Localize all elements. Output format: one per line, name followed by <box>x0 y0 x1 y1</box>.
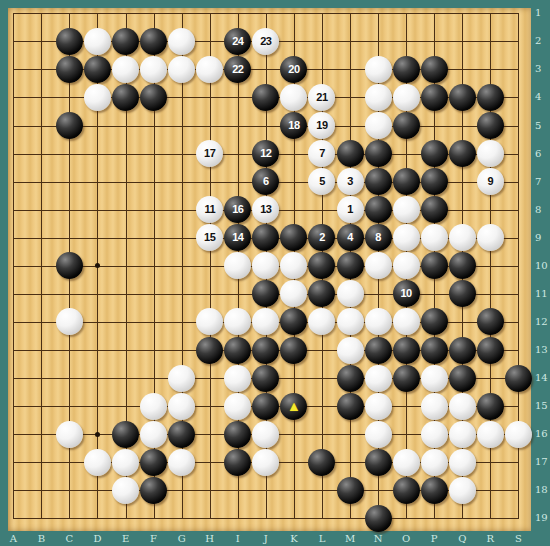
move-number-label: 10 <box>401 280 412 307</box>
stone-P4[interactable] <box>421 84 448 111</box>
move-number-label: 17 <box>204 140 215 167</box>
stone-G16[interactable] <box>168 421 195 448</box>
column-label-A: A <box>0 533 27 544</box>
stone-O12[interactable] <box>393 308 420 335</box>
stone-P7[interactable] <box>421 168 448 195</box>
stone-M9[interactable]: 4 <box>337 224 364 251</box>
stone-Q13[interactable] <box>449 337 476 364</box>
move-number-label: 2 <box>319 224 325 251</box>
stone-C2[interactable] <box>56 28 83 55</box>
stone-R5[interactable] <box>477 112 504 139</box>
row-label-17: 17 <box>535 455 548 469</box>
move-number-label: 23 <box>260 28 271 55</box>
stone-N13[interactable] <box>365 337 392 364</box>
stone-R4[interactable] <box>477 84 504 111</box>
stone-F16[interactable] <box>140 421 167 448</box>
stone-N7[interactable] <box>365 168 392 195</box>
row-label-3: 3 <box>535 62 541 76</box>
column-label-H: H <box>196 533 224 544</box>
column-label-E: E <box>112 533 140 544</box>
stone-M12[interactable] <box>337 308 364 335</box>
stone-C16[interactable] <box>56 421 83 448</box>
stone-M14[interactable] <box>337 365 364 392</box>
stone-P18[interactable] <box>421 477 448 504</box>
stone-E3[interactable] <box>112 56 139 83</box>
stone-O7[interactable] <box>393 168 420 195</box>
stone-R15[interactable] <box>477 393 504 420</box>
stone-N19[interactable] <box>365 505 392 532</box>
stone-I3[interactable]: 22 <box>224 56 251 83</box>
row-label-19: 19 <box>535 511 548 525</box>
row-label-8: 8 <box>535 203 541 217</box>
column-label-M: M <box>336 533 364 544</box>
stone-K15[interactable]: ▲ <box>280 393 307 420</box>
stone-S16[interactable] <box>505 421 532 448</box>
stone-C3[interactable] <box>56 56 83 83</box>
stone-P10[interactable] <box>421 252 448 279</box>
stone-Q9[interactable] <box>449 224 476 251</box>
stone-I17[interactable] <box>224 449 251 476</box>
stone-Q17[interactable] <box>449 449 476 476</box>
column-label-D: D <box>83 533 111 544</box>
move-number-label: 1 <box>347 196 353 223</box>
row-label-11: 11 <box>535 287 548 301</box>
stone-D2[interactable] <box>84 28 111 55</box>
move-number-label: 8 <box>375 224 381 251</box>
column-label-K: K <box>280 533 308 544</box>
stone-N5[interactable] <box>365 112 392 139</box>
stone-E4[interactable] <box>112 84 139 111</box>
move-number-label: 14 <box>232 224 243 251</box>
stone-M15[interactable] <box>337 393 364 420</box>
stone-F3[interactable] <box>140 56 167 83</box>
stone-R13[interactable] <box>477 337 504 364</box>
move-number-label: 11 <box>204 196 215 223</box>
stone-O13[interactable] <box>393 337 420 364</box>
stone-N3[interactable] <box>365 56 392 83</box>
row-label-16: 16 <box>535 427 548 441</box>
stone-D17[interactable] <box>84 449 111 476</box>
stone-J17[interactable] <box>252 449 279 476</box>
stone-Q16[interactable] <box>449 421 476 448</box>
stone-G14[interactable] <box>168 365 195 392</box>
stone-Q6[interactable] <box>449 140 476 167</box>
stone-N15[interactable] <box>365 393 392 420</box>
stone-P16[interactable] <box>421 421 448 448</box>
column-label-R: R <box>476 533 504 544</box>
stone-O9[interactable] <box>393 224 420 251</box>
row-label-7: 7 <box>535 175 541 189</box>
stone-N17[interactable] <box>365 449 392 476</box>
column-label-P: P <box>420 533 448 544</box>
stone-J13[interactable] <box>252 337 279 364</box>
stone-M7[interactable]: 3 <box>337 168 364 195</box>
stone-N14[interactable] <box>365 365 392 392</box>
move-number-label: 4 <box>347 224 353 251</box>
column-label-C: C <box>55 533 83 544</box>
stone-J14[interactable] <box>252 365 279 392</box>
move-number-label: 5 <box>319 168 325 195</box>
stone-P3[interactable] <box>421 56 448 83</box>
row-label-5: 5 <box>535 119 541 133</box>
stone-D4[interactable] <box>84 84 111 111</box>
stone-F4[interactable] <box>140 84 167 111</box>
move-number-label: 16 <box>232 196 243 223</box>
stone-M11[interactable] <box>337 280 364 307</box>
stone-J16[interactable] <box>252 421 279 448</box>
column-label-L: L <box>308 533 336 544</box>
row-label-12: 12 <box>535 315 548 329</box>
column-label-G: G <box>168 533 196 544</box>
stone-P9[interactable] <box>421 224 448 251</box>
stone-C5[interactable] <box>56 112 83 139</box>
stone-S14[interactable] <box>505 365 532 392</box>
stone-E2[interactable] <box>112 28 139 55</box>
stone-O4[interactable] <box>393 84 420 111</box>
star-point-D16 <box>95 432 100 437</box>
stone-P13[interactable] <box>421 337 448 364</box>
stone-F2[interactable] <box>140 28 167 55</box>
column-label-J: J <box>252 533 280 544</box>
stone-O11[interactable]: 10 <box>393 280 420 307</box>
column-label-B: B <box>27 533 55 544</box>
move-number-label: 21 <box>316 84 327 111</box>
stone-G2[interactable] <box>168 28 195 55</box>
stone-N6[interactable] <box>365 140 392 167</box>
row-label-9: 9 <box>535 231 541 245</box>
row-label-15: 15 <box>535 399 548 413</box>
stone-P6[interactable] <box>421 140 448 167</box>
move-number-label: 22 <box>232 56 243 83</box>
row-label-13: 13 <box>535 343 548 357</box>
row-label-10: 10 <box>535 259 548 273</box>
move-number-label: 20 <box>288 56 299 83</box>
stone-O5[interactable] <box>393 112 420 139</box>
stone-N8[interactable] <box>365 196 392 223</box>
stone-P12[interactable] <box>421 308 448 335</box>
row-label-6: 6 <box>535 147 541 161</box>
stone-R9[interactable] <box>477 224 504 251</box>
stone-N16[interactable] <box>365 421 392 448</box>
row-label-2: 2 <box>535 34 541 48</box>
row-label-18: 18 <box>535 483 548 497</box>
row-label-1: 1 <box>535 6 541 20</box>
stone-I13[interactable] <box>224 337 251 364</box>
go-board-frame: 242322202118191712765391116131151424810▲… <box>0 0 550 546</box>
stone-P17[interactable] <box>421 449 448 476</box>
stone-J2[interactable]: 23 <box>252 28 279 55</box>
stone-Q4[interactable] <box>449 84 476 111</box>
column-label-F: F <box>140 533 168 544</box>
move-number-label: 3 <box>347 168 353 195</box>
stone-O14[interactable] <box>393 365 420 392</box>
stone-Q10[interactable] <box>449 252 476 279</box>
column-label-S: S <box>504 533 532 544</box>
column-label-Q: Q <box>448 533 476 544</box>
stone-E16[interactable] <box>112 421 139 448</box>
stone-I15[interactable] <box>224 393 251 420</box>
stone-R16[interactable] <box>477 421 504 448</box>
stone-H13[interactable] <box>196 337 223 364</box>
stone-J15[interactable] <box>252 393 279 420</box>
stone-H3[interactable] <box>196 56 223 83</box>
stone-Q14[interactable] <box>449 365 476 392</box>
stone-F15[interactable] <box>140 393 167 420</box>
stone-G17[interactable] <box>168 449 195 476</box>
stone-Q15[interactable] <box>449 393 476 420</box>
stone-M13[interactable] <box>337 337 364 364</box>
stone-M10[interactable] <box>337 252 364 279</box>
move-number-label: 18 <box>288 112 299 139</box>
stone-M6[interactable] <box>337 140 364 167</box>
row-label-4: 4 <box>535 90 541 104</box>
move-number-label: 6 <box>263 168 269 195</box>
stone-P8[interactable] <box>421 196 448 223</box>
move-number-label: 15 <box>204 224 215 251</box>
stone-F17[interactable] <box>140 449 167 476</box>
stone-K13[interactable] <box>280 337 307 364</box>
move-number-label: 7 <box>319 140 325 167</box>
stone-R6[interactable] <box>477 140 504 167</box>
stone-P14[interactable] <box>421 365 448 392</box>
stone-O18[interactable] <box>393 477 420 504</box>
row-label-14: 14 <box>535 371 548 385</box>
move-number-label: 12 <box>260 140 271 167</box>
stone-L17[interactable] <box>308 449 335 476</box>
stone-I2[interactable]: 24 <box>224 28 251 55</box>
column-label-O: O <box>392 533 420 544</box>
stone-M8[interactable]: 1 <box>337 196 364 223</box>
move-number-label: 19 <box>316 112 327 139</box>
stone-O17[interactable] <box>393 449 420 476</box>
stone-N10[interactable] <box>365 252 392 279</box>
stone-O3[interactable] <box>393 56 420 83</box>
stone-O10[interactable] <box>393 252 420 279</box>
column-label-N: N <box>364 533 392 544</box>
column-label-I: I <box>224 533 252 544</box>
stone-E18[interactable] <box>112 477 139 504</box>
stone-I14[interactable] <box>224 365 251 392</box>
stone-N9[interactable]: 8 <box>365 224 392 251</box>
stone-I16[interactable] <box>224 421 251 448</box>
grid-line-horizontal <box>13 518 519 519</box>
move-number-label: 9 <box>488 168 494 195</box>
stone-G3[interactable] <box>168 56 195 83</box>
stone-R7[interactable]: 9 <box>477 168 504 195</box>
stone-M18[interactable] <box>337 477 364 504</box>
stone-G15[interactable] <box>168 393 195 420</box>
stone-Q11[interactable] <box>449 280 476 307</box>
stone-Q18[interactable] <box>449 477 476 504</box>
stone-N12[interactable] <box>365 308 392 335</box>
stone-E17[interactable] <box>112 449 139 476</box>
stone-N4[interactable] <box>365 84 392 111</box>
stone-D3[interactable] <box>84 56 111 83</box>
stone-F18[interactable] <box>140 477 167 504</box>
stone-P15[interactable] <box>421 393 448 420</box>
stone-O8[interactable] <box>393 196 420 223</box>
move-number-label: 24 <box>232 28 243 55</box>
move-number-label: 13 <box>260 196 271 223</box>
triangle-mark-icon: ▲ <box>287 393 301 420</box>
